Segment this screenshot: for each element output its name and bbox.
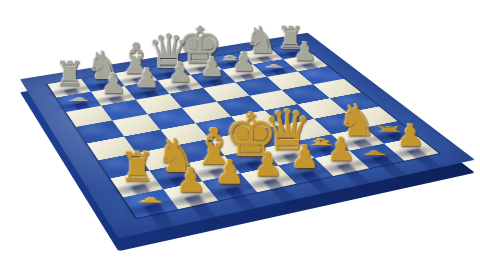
- board-scene: ♜♞♝♛♚♝♞♜♟♟♟♟♟♟♟♟♜♞♝♚♛♝♞♜♟♟♟♟♟♟♟♟: [58, 0, 403, 275]
- square-b1: ♟: [164, 181, 219, 209]
- gold-pawn: ♟: [290, 144, 320, 171]
- silver-pawn: ♟: [263, 64, 288, 68]
- square-c5: [148, 108, 196, 130]
- silver-pawn: ♟: [135, 67, 161, 90]
- chess-board: ♜♞♝♛♚♝♞♜♟♟♟♟♟♟♟♟♜♞♝♚♛♝♞♜♟♟♟♟♟♟♟♟: [20, 33, 475, 238]
- silver-pawn: ♟: [293, 41, 317, 63]
- silver-pawn: ♟: [168, 61, 193, 84]
- gold-pawn: ♟: [361, 150, 391, 155]
- gold-rook: ♜: [119, 150, 155, 183]
- silver-pawn: ♟: [232, 51, 257, 74]
- silver-pawn: ♟: [101, 72, 127, 96]
- silver-pawn: ♟: [66, 97, 93, 101]
- gold-pawn: ♟: [327, 136, 356, 163]
- gold-pawn: ♟: [135, 197, 167, 203]
- gold-pawn: ♟: [397, 122, 426, 148]
- silver-pawn: ♟: [200, 56, 225, 79]
- gold-pawn: ♟: [175, 167, 206, 195]
- gold-pawn: ♟: [215, 159, 245, 187]
- photo-stage: ♜♞♝♛♚♝♞♜♟♟♟♟♟♟♟♟♜♞♝♚♛♝♞♜♟♟♟♟♟♟♟♟: [0, 0, 480, 275]
- silver-rook: ♜: [54, 60, 85, 88]
- gold-pawn: ♟: [253, 151, 283, 178]
